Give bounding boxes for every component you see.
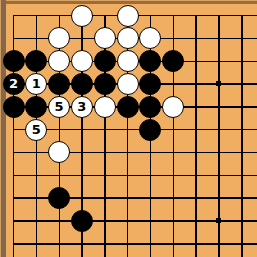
white-stone: 3 [71,96,93,118]
white-stone [117,27,139,49]
black-stone [71,210,93,232]
white-stone [117,5,139,27]
white-stone: 5 [25,119,47,141]
white-stone [117,73,139,95]
black-stone [139,96,161,118]
move-number: 1 [32,77,41,90]
star-point [216,218,221,223]
black-stone [25,96,47,118]
board-left-edge [0,0,6,257]
black-stone [71,73,93,95]
go-diagram: 21535 [0,0,257,257]
move-number: 3 [77,100,86,113]
black-stone: 2 [3,73,25,95]
move-number: 2 [9,77,18,90]
black-stone [94,50,116,72]
white-stone [94,27,116,49]
black-stone [139,119,161,141]
white-stone [94,96,116,118]
black-stone [48,187,70,209]
white-stone [71,50,93,72]
move-number: 5 [55,100,64,113]
black-stone [3,50,25,72]
black-stone [117,96,139,118]
white-stone [162,96,184,118]
black-stone [3,96,25,118]
black-stone [48,73,70,95]
board-top-edge [0,0,257,4]
white-stone: 5 [48,96,70,118]
black-stone [94,73,116,95]
white-stone [117,50,139,72]
move-number: 5 [32,123,41,136]
white-stone [71,5,93,27]
star-point [216,81,221,86]
